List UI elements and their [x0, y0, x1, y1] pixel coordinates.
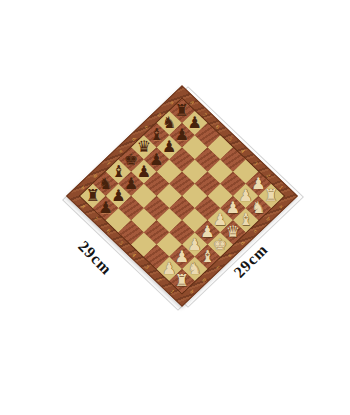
frame-coordinate: c	[253, 228, 259, 233]
frame-coordinate: 1	[169, 289, 175, 295]
frame-coordinate: 3	[144, 265, 150, 271]
frame-coordinate: 4	[240, 149, 246, 155]
frame-coordinate: 6	[214, 124, 220, 130]
frame-coordinate: 8	[80, 204, 86, 210]
frame-coordinate: f	[106, 161, 111, 166]
frame-coordinate: d	[240, 241, 246, 247]
frame-coordinate: e	[227, 253, 233, 258]
frame-coordinate: 2	[156, 277, 162, 283]
frame-coordinate: 8	[189, 100, 195, 106]
frame-coordinate: 7	[93, 216, 99, 222]
frame-coordinate: 6	[106, 228, 112, 234]
frame-coordinate: h	[189, 289, 195, 295]
frame-coordinate: 1	[278, 185, 284, 191]
frame-coordinate: b	[265, 216, 271, 222]
light-rook: ♜	[173, 272, 191, 290]
frame-coordinate: g	[202, 277, 208, 283]
frame-coordinate: 7	[202, 112, 208, 118]
frame-coordinate: 4	[131, 253, 137, 259]
frame-coordinate: 5	[227, 137, 233, 143]
frame-coordinate: a	[278, 204, 284, 209]
frame-coordinate: 5	[118, 241, 124, 247]
frame-coordinate: 2	[265, 173, 271, 179]
frame-coordinate: 3	[253, 161, 259, 167]
product-photo: ♜♟♟♜♞♟♟♞♝♟♟♝♛♟♟♛♚♟♟♚♝♟♟♝♞♟♟♞♜♟♟♜ 88aa77b…	[0, 0, 350, 415]
frame-coordinate: f	[215, 265, 220, 270]
